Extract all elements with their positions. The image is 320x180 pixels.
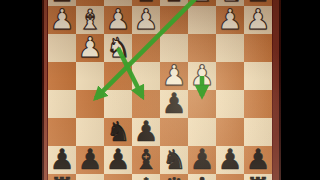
white-pawn: ♟ <box>77 34 102 62</box>
black-pawn: ♟ <box>245 146 270 174</box>
black-pawn: ♟ <box>189 146 214 174</box>
square-d4: ♟ <box>160 62 188 90</box>
white-pawn: ♟ <box>105 6 130 34</box>
black-pawn: ♟ <box>105 146 130 174</box>
square-g8 <box>76 174 104 180</box>
square-e8: ♚ <box>132 174 160 180</box>
square-e5 <box>132 90 160 118</box>
square-b5 <box>216 90 244 118</box>
square-e3 <box>132 34 160 62</box>
square-h7: ♟ <box>48 146 76 174</box>
square-f5 <box>104 90 132 118</box>
letterbox-left-bar <box>0 0 42 180</box>
letterbox-right-bar <box>281 0 320 180</box>
square-g4 <box>76 62 104 90</box>
square-g2: ♝ <box>76 6 104 34</box>
black-king: ♚ <box>134 174 158 180</box>
square-d6 <box>160 118 188 146</box>
square-c6 <box>188 118 216 146</box>
square-d3 <box>160 34 188 62</box>
square-a4 <box>244 62 272 90</box>
white-pawn: ♟ <box>245 6 270 34</box>
square-c4: ♟ <box>188 62 216 90</box>
square-b3 <box>216 34 244 62</box>
square-a7: ♟ <box>244 146 272 174</box>
square-f8 <box>104 174 132 180</box>
black-pawn: ♟ <box>161 90 186 118</box>
white-bishop: ♝ <box>78 6 102 34</box>
chess-board: ♜♚♛♝♞♜♟♝♟♟♟♟♟♞♟♟♟♞♟♟♟♟♝♞♟♟♟♜♚♛♝♜ <box>48 0 272 180</box>
square-f3: ♞ <box>104 34 132 62</box>
white-knight: ♞ <box>106 34 130 62</box>
black-rook: ♜ <box>50 174 74 180</box>
square-a5 <box>244 90 272 118</box>
square-f4 <box>104 62 132 90</box>
white-pawn: ♟ <box>161 62 186 90</box>
square-f7: ♟ <box>104 146 132 174</box>
square-h4 <box>48 62 76 90</box>
square-e7: ♝ <box>132 146 160 174</box>
square-f2: ♟ <box>104 6 132 34</box>
square-e6: ♟ <box>132 118 160 146</box>
square-a6 <box>244 118 272 146</box>
black-knight: ♞ <box>162 146 186 174</box>
square-c5 <box>188 90 216 118</box>
square-d8: ♛ <box>160 174 188 180</box>
white-pawn: ♟ <box>189 62 214 90</box>
black-bishop: ♝ <box>134 146 158 174</box>
square-e4 <box>132 62 160 90</box>
square-h2: ♟ <box>48 6 76 34</box>
square-b6 <box>216 118 244 146</box>
square-h8: ♜ <box>48 174 76 180</box>
square-h6 <box>48 118 76 146</box>
square-c7: ♟ <box>188 146 216 174</box>
square-d5: ♟ <box>160 90 188 118</box>
square-h5 <box>48 90 76 118</box>
square-g3: ♟ <box>76 34 104 62</box>
black-pawn: ♟ <box>77 146 102 174</box>
square-b8 <box>216 174 244 180</box>
square-c2 <box>188 6 216 34</box>
black-knight: ♞ <box>106 118 130 146</box>
square-a3 <box>244 34 272 62</box>
square-c8: ♝ <box>188 174 216 180</box>
black-bishop: ♝ <box>190 174 214 180</box>
video-frame: ♜♚♛♝♞♜♟♝♟♟♟♟♟♞♟♟♟♞♟♟♟♟♝♞♟♟♟♜♚♛♝♜ <box>0 0 320 180</box>
black-pawn: ♟ <box>217 146 242 174</box>
square-d2 <box>160 6 188 34</box>
white-pawn: ♟ <box>49 6 74 34</box>
square-b4 <box>216 62 244 90</box>
square-f6: ♞ <box>104 118 132 146</box>
square-g7: ♟ <box>76 146 104 174</box>
square-g6 <box>76 118 104 146</box>
square-h3 <box>48 34 76 62</box>
square-d7: ♞ <box>160 146 188 174</box>
square-a8: ♜ <box>244 174 272 180</box>
white-pawn: ♟ <box>133 6 158 34</box>
square-a2: ♟ <box>244 6 272 34</box>
black-pawn: ♟ <box>133 118 158 146</box>
square-g5 <box>76 90 104 118</box>
black-rook: ♜ <box>246 174 270 180</box>
square-c3 <box>188 34 216 62</box>
square-b2: ♟ <box>216 6 244 34</box>
white-pawn: ♟ <box>217 6 242 34</box>
square-b7: ♟ <box>216 146 244 174</box>
black-queen: ♛ <box>162 174 186 180</box>
square-e2: ♟ <box>132 6 160 34</box>
black-pawn: ♟ <box>49 146 74 174</box>
